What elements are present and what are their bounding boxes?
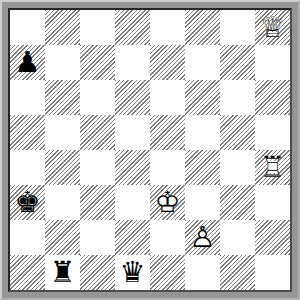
black-pawn-a7[interactable]: ♟ — [10, 45, 45, 80]
square-b4[interactable] — [45, 150, 80, 185]
square-c1[interactable] — [80, 255, 115, 290]
square-e4[interactable] — [150, 150, 185, 185]
chess-board[interactable]: ♛♕♟♜♖♚♚♔♟♙♜♛ — [10, 10, 290, 290]
square-e7[interactable] — [150, 45, 185, 80]
black-queen-d1[interactable]: ♛ — [115, 255, 150, 290]
square-b8[interactable] — [45, 10, 80, 45]
square-g1[interactable] — [220, 255, 255, 290]
white-queen-h8[interactable]: ♛♕ — [255, 10, 290, 45]
square-g8[interactable] — [220, 10, 255, 45]
square-h3[interactable] — [255, 185, 290, 220]
black-rook-b1[interactable]: ♜ — [45, 255, 80, 290]
square-g5[interactable] — [220, 115, 255, 150]
square-c8[interactable] — [80, 10, 115, 45]
square-a3[interactable]: ♚ — [10, 185, 45, 220]
white-piece-outline: ♙ — [185, 220, 220, 255]
square-d1[interactable]: ♛ — [115, 255, 150, 290]
square-c3[interactable] — [80, 185, 115, 220]
square-d5[interactable] — [115, 115, 150, 150]
square-d4[interactable] — [115, 150, 150, 185]
square-f4[interactable] — [185, 150, 220, 185]
square-a1[interactable] — [10, 255, 45, 290]
square-h7[interactable] — [255, 45, 290, 80]
square-b2[interactable] — [45, 220, 80, 255]
square-f1[interactable] — [185, 255, 220, 290]
square-e1[interactable] — [150, 255, 185, 290]
square-h8[interactable]: ♛♕ — [255, 10, 290, 45]
square-b3[interactable] — [45, 185, 80, 220]
square-e5[interactable] — [150, 115, 185, 150]
white-king-e3[interactable]: ♚♔ — [150, 185, 185, 220]
square-b5[interactable] — [45, 115, 80, 150]
square-c7[interactable] — [80, 45, 115, 80]
square-d2[interactable] — [115, 220, 150, 255]
white-piece-outline: ♖ — [255, 150, 290, 185]
square-g4[interactable] — [220, 150, 255, 185]
square-a6[interactable] — [10, 80, 45, 115]
black-piece-body: ♛ — [115, 255, 150, 290]
square-f2[interactable]: ♟♙ — [185, 220, 220, 255]
square-g6[interactable] — [220, 80, 255, 115]
square-g7[interactable] — [220, 45, 255, 80]
square-f8[interactable] — [185, 10, 220, 45]
square-b6[interactable] — [45, 80, 80, 115]
board-frame: ♛♕♟♜♖♚♚♔♟♙♜♛ — [0, 0, 300, 300]
square-c4[interactable] — [80, 150, 115, 185]
square-c6[interactable] — [80, 80, 115, 115]
square-b1[interactable]: ♜ — [45, 255, 80, 290]
white-piece-outline: ♔ — [150, 185, 185, 220]
square-h6[interactable] — [255, 80, 290, 115]
square-c2[interactable] — [80, 220, 115, 255]
square-d6[interactable] — [115, 80, 150, 115]
white-piece-outline: ♕ — [255, 10, 290, 45]
square-b7[interactable] — [45, 45, 80, 80]
square-a2[interactable] — [10, 220, 45, 255]
black-piece-body: ♜ — [45, 255, 80, 290]
square-h1[interactable] — [255, 255, 290, 290]
square-d8[interactable] — [115, 10, 150, 45]
black-piece-body: ♚ — [10, 185, 45, 220]
square-e2[interactable] — [150, 220, 185, 255]
square-e8[interactable] — [150, 10, 185, 45]
black-king-a3[interactable]: ♚ — [10, 185, 45, 220]
square-h4[interactable]: ♜♖ — [255, 150, 290, 185]
square-c5[interactable] — [80, 115, 115, 150]
square-f6[interactable] — [185, 80, 220, 115]
square-e6[interactable] — [150, 80, 185, 115]
square-f7[interactable] — [185, 45, 220, 80]
board-edge: ♛♕♟♜♖♚♚♔♟♙♜♛ — [8, 8, 292, 292]
white-pawn-f2[interactable]: ♟♙ — [185, 220, 220, 255]
square-g2[interactable] — [220, 220, 255, 255]
square-a5[interactable] — [10, 115, 45, 150]
square-e3[interactable]: ♚♔ — [150, 185, 185, 220]
square-a4[interactable] — [10, 150, 45, 185]
square-h5[interactable] — [255, 115, 290, 150]
square-g3[interactable] — [220, 185, 255, 220]
square-f3[interactable] — [185, 185, 220, 220]
square-a8[interactable] — [10, 10, 45, 45]
square-d3[interactable] — [115, 185, 150, 220]
white-rook-h4[interactable]: ♜♖ — [255, 150, 290, 185]
square-a7[interactable]: ♟ — [10, 45, 45, 80]
square-f5[interactable] — [185, 115, 220, 150]
square-d7[interactable] — [115, 45, 150, 80]
square-h2[interactable] — [255, 220, 290, 255]
black-piece-body: ♟ — [10, 45, 45, 80]
